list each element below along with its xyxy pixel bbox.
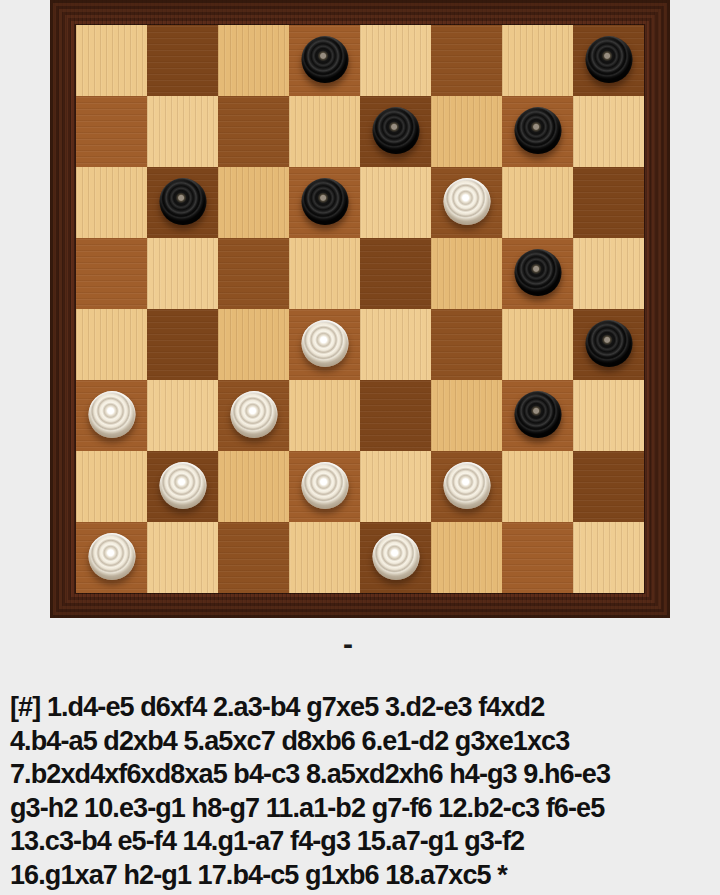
- square-b5[interactable]: [147, 238, 218, 309]
- square-e4[interactable]: [360, 309, 431, 380]
- square-b3[interactable]: [147, 380, 218, 451]
- white-man-f2[interactable]: [443, 462, 490, 509]
- white-man-e1[interactable]: [372, 533, 419, 580]
- square-b7[interactable]: [147, 96, 218, 167]
- square-e3[interactable]: [360, 380, 431, 451]
- move-line-4: g3-h2 10.e3-g1 h8-g7 11.a1-b2 g7-f6 12.b…: [10, 792, 610, 826]
- square-f8[interactable]: [431, 25, 502, 96]
- square-e8[interactable]: [360, 25, 431, 96]
- square-a1[interactable]: [76, 522, 147, 593]
- black-man-g3[interactable]: [514, 391, 561, 438]
- square-b4[interactable]: [147, 309, 218, 380]
- square-h4[interactable]: [573, 309, 644, 380]
- square-c4[interactable]: [218, 309, 289, 380]
- square-d4[interactable]: [289, 309, 360, 380]
- black-man-h4[interactable]: [585, 320, 632, 367]
- square-c5[interactable]: [218, 238, 289, 309]
- square-a2[interactable]: [76, 451, 147, 522]
- square-c6[interactable]: [218, 167, 289, 238]
- square-f2[interactable]: [431, 451, 502, 522]
- square-d5[interactable]: [289, 238, 360, 309]
- square-d1[interactable]: [289, 522, 360, 593]
- square-c8[interactable]: [218, 25, 289, 96]
- move-line-5: 13.c3-b4 e5-f4 14.g1-a7 f4-g3 15.a7-g1 g…: [10, 825, 610, 859]
- square-f3[interactable]: [431, 380, 502, 451]
- move-notation: [#] 1.d4-e5 d6xf4 2.a3-b4 g7xe5 3.d2-e3 …: [10, 691, 610, 892]
- square-a5[interactable]: [76, 238, 147, 309]
- page: - [#] 1.d4-e5 d6xf4 2.a3-b4 g7xe5 3.d2-e…: [0, 0, 720, 895]
- square-g8[interactable]: [502, 25, 573, 96]
- square-f6[interactable]: [431, 167, 502, 238]
- square-g1[interactable]: [502, 522, 573, 593]
- move-line-6: 16.g1xa7 h2-g1 17.b4-c5 g1xb6 18.a7xc5 *: [10, 859, 610, 893]
- square-f4[interactable]: [431, 309, 502, 380]
- square-a7[interactable]: [76, 96, 147, 167]
- square-g3[interactable]: [502, 380, 573, 451]
- black-man-b6[interactable]: [159, 178, 206, 225]
- square-h2[interactable]: [573, 451, 644, 522]
- square-c7[interactable]: [218, 96, 289, 167]
- square-c3[interactable]: [218, 380, 289, 451]
- move-line-2: 4.b4-a5 d2xb4 5.a5xc7 d8xb6 6.e1-d2 g3xe…: [10, 725, 610, 759]
- white-man-a3[interactable]: [88, 391, 135, 438]
- board-grid: [76, 25, 644, 593]
- square-e6[interactable]: [360, 167, 431, 238]
- square-b8[interactable]: [147, 25, 218, 96]
- white-man-c3[interactable]: [230, 391, 277, 438]
- square-b6[interactable]: [147, 167, 218, 238]
- square-g2[interactable]: [502, 451, 573, 522]
- white-man-a1[interactable]: [88, 533, 135, 580]
- square-a3[interactable]: [76, 380, 147, 451]
- square-c2[interactable]: [218, 451, 289, 522]
- black-man-d6[interactable]: [301, 178, 348, 225]
- square-g6[interactable]: [502, 167, 573, 238]
- square-a8[interactable]: [76, 25, 147, 96]
- black-man-e7[interactable]: [372, 107, 419, 154]
- black-man-h8[interactable]: [585, 36, 632, 83]
- square-e7[interactable]: [360, 96, 431, 167]
- move-line-1: [#] 1.d4-e5 d6xf4 2.a3-b4 g7xe5 3.d2-e3 …: [10, 691, 610, 725]
- square-b2[interactable]: [147, 451, 218, 522]
- square-f5[interactable]: [431, 238, 502, 309]
- checkers-board-frame: [50, 0, 670, 618]
- square-h6[interactable]: [573, 167, 644, 238]
- black-man-g7[interactable]: [514, 107, 561, 154]
- square-d3[interactable]: [289, 380, 360, 451]
- last-move-indicator: -: [0, 627, 696, 661]
- black-man-g5[interactable]: [514, 249, 561, 296]
- white-man-d4[interactable]: [301, 320, 348, 367]
- white-man-b2[interactable]: [159, 462, 206, 509]
- square-f7[interactable]: [431, 96, 502, 167]
- square-g5[interactable]: [502, 238, 573, 309]
- square-h3[interactable]: [573, 380, 644, 451]
- square-d7[interactable]: [289, 96, 360, 167]
- square-b1[interactable]: [147, 522, 218, 593]
- white-man-d2[interactable]: [301, 462, 348, 509]
- move-line-3: 7.b2xd4xf6xd8xa5 b4-c3 8.a5xd2xh6 h4-g3 …: [10, 758, 610, 792]
- square-a4[interactable]: [76, 309, 147, 380]
- square-h1[interactable]: [573, 522, 644, 593]
- square-d6[interactable]: [289, 167, 360, 238]
- square-g4[interactable]: [502, 309, 573, 380]
- square-h5[interactable]: [573, 238, 644, 309]
- square-d8[interactable]: [289, 25, 360, 96]
- square-e1[interactable]: [360, 522, 431, 593]
- square-d2[interactable]: [289, 451, 360, 522]
- square-e5[interactable]: [360, 238, 431, 309]
- square-e2[interactable]: [360, 451, 431, 522]
- square-h7[interactable]: [573, 96, 644, 167]
- square-g7[interactable]: [502, 96, 573, 167]
- white-man-f6[interactable]: [443, 178, 490, 225]
- square-c1[interactable]: [218, 522, 289, 593]
- square-a6[interactable]: [76, 167, 147, 238]
- square-h8[interactable]: [573, 25, 644, 96]
- square-f1[interactable]: [431, 522, 502, 593]
- black-man-d8[interactable]: [301, 36, 348, 83]
